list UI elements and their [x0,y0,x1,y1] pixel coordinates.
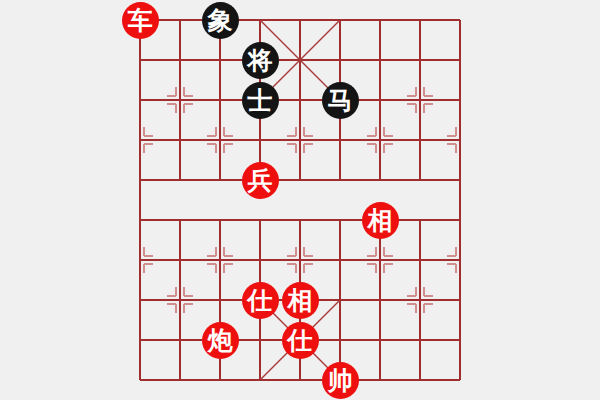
point-f1-r1[interactable] [160,40,200,80]
black-horse[interactable]: 马 [322,82,359,119]
black-elephant[interactable]: 象 [202,2,239,39]
red-pawn[interactable]: 兵 [242,162,279,199]
point-f2-r0[interactable]: 象 [200,0,240,40]
point-f2-r8[interactable]: 炮 [200,320,240,360]
point-f8-r0[interactable] [440,0,480,40]
point-f2-r7[interactable] [200,280,240,320]
red-general[interactable]: 帅 [322,362,359,399]
red-cannon[interactable]: 炮 [202,322,239,359]
point-f7-r3[interactable] [400,120,440,160]
red-pawn-glyph: 兵 [248,168,273,193]
point-f1-r6[interactable] [160,240,200,280]
point-f8-r8[interactable] [440,320,480,360]
point-f6-r1[interactable] [360,40,400,80]
point-f3-r3[interactable] [240,120,280,160]
point-f4-r0[interactable] [280,0,320,40]
point-f7-r2[interactable] [400,80,440,120]
point-f3-r2[interactable]: 士 [240,80,280,120]
point-f1-r5[interactable] [160,200,200,240]
red-elephant-glyph: 相 [288,288,313,313]
red-elephant-glyph: 相 [368,208,393,233]
point-f8-r2[interactable] [440,80,480,120]
point-f0-r7[interactable] [120,280,160,320]
point-f5-r7[interactable] [320,280,360,320]
point-f6-r6[interactable] [360,240,400,280]
point-f3-r8[interactable] [240,320,280,360]
point-f2-r6[interactable] [200,240,240,280]
point-f0-r3[interactable] [120,120,160,160]
point-f0-r5[interactable] [120,200,160,240]
point-f6-r9[interactable] [360,360,400,400]
point-f1-r7[interactable] [160,280,200,320]
point-f3-r7[interactable]: 仕 [240,280,280,320]
point-f7-r6[interactable] [400,240,440,280]
red-elephant[interactable]: 相 [362,202,399,239]
point-f4-r2[interactable] [280,80,320,120]
board-points: 车象将士马兵相仕相炮仕帅 [120,0,480,400]
red-chariot[interactable]: 车 [122,2,159,39]
point-f5-r9[interactable]: 帅 [320,360,360,400]
black-advisor[interactable]: 士 [242,82,279,119]
point-f5-r6[interactable] [320,240,360,280]
point-f3-r0[interactable] [240,0,280,40]
red-advisor-glyph: 仕 [288,328,313,353]
point-f4-r9[interactable] [280,360,320,400]
point-f4-r7[interactable]: 相 [280,280,320,320]
black-horse-glyph: 马 [328,88,353,113]
point-f4-r1[interactable] [280,40,320,80]
point-f1-r2[interactable] [160,80,200,120]
point-f7-r8[interactable] [400,320,440,360]
point-f3-r5[interactable] [240,200,280,240]
point-f0-r2[interactable] [120,80,160,120]
point-f1-r9[interactable] [160,360,200,400]
point-f3-r9[interactable] [240,360,280,400]
point-f5-r5[interactable] [320,200,360,240]
black-advisor-glyph: 士 [248,88,273,113]
point-f5-r2[interactable]: 马 [320,80,360,120]
point-f7-r5[interactable] [400,200,440,240]
point-f7-r1[interactable] [400,40,440,80]
point-f5-r8[interactable] [320,320,360,360]
point-f5-r1[interactable] [320,40,360,80]
red-advisor-glyph: 仕 [248,288,273,313]
point-f4-r8[interactable]: 仕 [280,320,320,360]
point-f7-r9[interactable] [400,360,440,400]
point-f2-r9[interactable] [200,360,240,400]
point-f6-r2[interactable] [360,80,400,120]
point-f1-r3[interactable] [160,120,200,160]
point-f6-r5[interactable]: 相 [360,200,400,240]
point-f2-r3[interactable] [200,120,240,160]
point-f3-r4[interactable]: 兵 [240,160,280,200]
point-f1-r0[interactable] [160,0,200,40]
point-f7-r4[interactable] [400,160,440,200]
point-f0-r9[interactable] [120,360,160,400]
black-elephant-glyph: 象 [208,8,233,33]
red-general-glyph: 帅 [328,368,353,393]
point-f0-r8[interactable] [120,320,160,360]
point-f6-r8[interactable] [360,320,400,360]
point-f0-r0[interactable]: 车 [120,0,160,40]
point-f8-r4[interactable] [440,160,480,200]
red-cannon-glyph: 炮 [208,328,233,353]
point-f0-r6[interactable] [120,240,160,280]
black-general-glyph: 将 [248,48,273,73]
point-f2-r5[interactable] [200,200,240,240]
point-f1-r4[interactable] [160,160,200,200]
point-f8-r6[interactable] [440,240,480,280]
black-general[interactable]: 将 [242,42,279,79]
point-f3-r6[interactable] [240,240,280,280]
point-f4-r4[interactable] [280,160,320,200]
point-f6-r0[interactable] [360,0,400,40]
red-elephant[interactable]: 相 [282,282,319,319]
red-advisor[interactable]: 仕 [282,322,319,359]
point-f4-r5[interactable] [280,200,320,240]
point-f0-r4[interactable] [120,160,160,200]
point-f4-r6[interactable] [280,240,320,280]
point-f5-r0[interactable] [320,0,360,40]
point-f2-r4[interactable] [200,160,240,200]
point-f0-r1[interactable] [120,40,160,80]
point-f4-r3[interactable] [280,120,320,160]
point-f2-r1[interactable] [200,40,240,80]
point-f8-r5[interactable] [440,200,480,240]
point-f8-r7[interactable] [440,280,480,320]
point-f6-r7[interactable] [360,280,400,320]
point-f5-r4[interactable] [320,160,360,200]
point-f3-r1[interactable]: 将 [240,40,280,80]
point-f8-r1[interactable] [440,40,480,80]
red-chariot-glyph: 车 [128,8,153,33]
point-f6-r4[interactable] [360,160,400,200]
point-f1-r8[interactable] [160,320,200,360]
point-f8-r3[interactable] [440,120,480,160]
point-f2-r2[interactable] [200,80,240,120]
point-f6-r3[interactable] [360,120,400,160]
point-f7-r7[interactable] [400,280,440,320]
red-advisor[interactable]: 仕 [242,282,279,319]
point-f8-r9[interactable] [440,360,480,400]
xiangqi-board: 车象将士马兵相仕相炮仕帅 [0,0,600,400]
point-f5-r3[interactable] [320,120,360,160]
point-f7-r0[interactable] [400,0,440,40]
